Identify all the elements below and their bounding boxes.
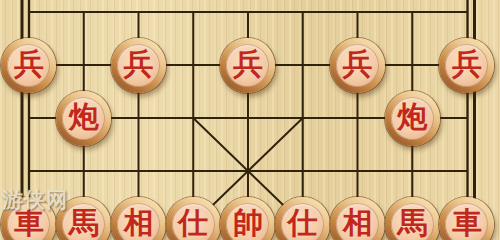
- piece-face: 兵: [445, 44, 488, 87]
- piece-face: 車: [7, 203, 50, 240]
- piece-glyph: 馬: [69, 208, 99, 238]
- piece-glyph: 兵: [452, 49, 482, 79]
- piece-red-elephant[interactable]: 相: [330, 197, 385, 240]
- piece-red-elephant[interactable]: 相: [111, 197, 166, 240]
- piece-face: 相: [117, 203, 160, 240]
- piece-red-soldier[interactable]: 兵: [330, 38, 385, 93]
- piece-face: 兵: [7, 44, 50, 87]
- piece-red-general[interactable]: 帥: [220, 197, 275, 240]
- pieces-layer: 車馬相仕帥仕相馬車炮炮兵兵兵兵兵: [2, 0, 495, 240]
- piece-glyph: 兵: [14, 49, 44, 79]
- piece-glyph: 帥: [233, 208, 263, 238]
- piece-red-soldier[interactable]: 兵: [1, 38, 56, 93]
- piece-glyph: 兵: [123, 49, 153, 79]
- piece-glyph: 兵: [342, 49, 372, 79]
- piece-red-horse[interactable]: 馬: [385, 197, 440, 240]
- piece-glyph: 馬: [397, 208, 427, 238]
- piece-glyph: 仕: [288, 208, 318, 238]
- piece-face: 馬: [391, 203, 434, 240]
- piece-glyph: 炮: [69, 102, 99, 132]
- piece-face: 兵: [336, 44, 379, 87]
- piece-glyph: 炮: [397, 102, 427, 132]
- piece-face: 炮: [391, 97, 434, 140]
- piece-glyph: 車: [14, 208, 44, 238]
- piece-face: 車: [445, 203, 488, 240]
- piece-face: 帥: [226, 203, 269, 240]
- piece-glyph: 相: [123, 208, 153, 238]
- piece-face: 馬: [62, 203, 105, 240]
- piece-red-chariot[interactable]: 車: [439, 197, 494, 240]
- piece-face: 兵: [226, 44, 269, 87]
- piece-red-soldier[interactable]: 兵: [220, 38, 275, 93]
- piece-glyph: 仕: [178, 208, 208, 238]
- piece-face: 仕: [281, 203, 324, 240]
- piece-glyph: 車: [452, 208, 482, 238]
- xiangqi-board[interactable]: 車馬相仕帥仕相馬車炮炮兵兵兵兵兵 游侠网: [0, 0, 500, 240]
- piece-red-chariot[interactable]: 車: [1, 197, 56, 240]
- piece-face: 炮: [62, 97, 105, 140]
- piece-red-cannon[interactable]: 炮: [385, 91, 440, 146]
- piece-glyph: 兵: [233, 49, 263, 79]
- piece-glyph: 相: [342, 208, 372, 238]
- piece-face: 相: [336, 203, 379, 240]
- piece-red-advisor[interactable]: 仕: [275, 197, 330, 240]
- piece-red-advisor[interactable]: 仕: [166, 197, 221, 240]
- piece-red-horse[interactable]: 馬: [56, 197, 111, 240]
- piece-red-cannon[interactable]: 炮: [56, 91, 111, 146]
- piece-face: 仕: [172, 203, 215, 240]
- piece-red-soldier[interactable]: 兵: [439, 38, 494, 93]
- piece-face: 兵: [117, 44, 160, 87]
- piece-red-soldier[interactable]: 兵: [111, 38, 166, 93]
